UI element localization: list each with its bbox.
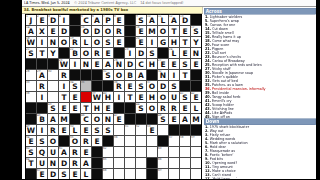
grid-cell[interactable]: 57: [169, 136, 179, 146]
grid-cell[interactable]: X: [37, 26, 47, 36]
cell-letter: A: [92, 16, 102, 25]
grid-cell[interactable]: T: [180, 70, 190, 80]
grid-cell[interactable]: [180, 169, 190, 179]
cell-number: 57: [169, 136, 172, 139]
cell-letter: H: [103, 93, 113, 102]
cell-letter: H: [147, 93, 157, 102]
grid-cell[interactable]: T: [125, 92, 135, 102]
grid-cell: [37, 103, 47, 113]
grid-cell[interactable]: E: [70, 169, 80, 179]
cell-letter: S: [136, 82, 146, 91]
cell-number: 58: [180, 136, 183, 139]
grid-cell[interactable]: [191, 158, 201, 168]
grid-cell[interactable]: [169, 147, 179, 157]
cell-letter: W: [26, 126, 36, 135]
cell-letter: O: [48, 137, 58, 146]
grid-cell[interactable]: L: [191, 103, 201, 113]
grid-cell: [70, 26, 80, 36]
grid-cell[interactable]: 38: [26, 92, 36, 102]
grid-cell[interactable]: E: [114, 37, 124, 47]
grid-cell[interactable]: 22B: [70, 48, 80, 58]
grid-cell[interactable]: 32N: [158, 70, 168, 80]
cell-letter: D: [158, 82, 168, 91]
grid-cell[interactable]: 2E: [37, 15, 47, 25]
grid-cell[interactable]: U: [37, 158, 47, 168]
cell-letter: M: [59, 115, 69, 124]
grid-cell[interactable]: O: [158, 92, 168, 102]
grid-cell[interactable]: E: [59, 125, 69, 135]
grid-cell[interactable]: 46C: [81, 114, 91, 124]
grid-cell[interactable]: 56: [114, 136, 124, 146]
grid-cell[interactable]: 44S: [136, 103, 146, 113]
grid-cell[interactable]: D: [48, 169, 58, 179]
grid-cell[interactable]: 49W: [26, 125, 36, 135]
grid-cell[interactable]: 12A: [169, 15, 179, 25]
cell-letter: E: [81, 126, 91, 135]
grid-cell[interactable]: O: [92, 37, 102, 47]
cell-letter: E: [81, 148, 91, 157]
grid-cell[interactable]: 54E: [26, 136, 36, 146]
cell-letter: D: [125, 60, 135, 69]
clue-panel-inner: Across 1. Lightsaber wielders5. Superher…: [204, 8, 316, 179]
cell-letter: S: [103, 71, 113, 80]
grid-cell[interactable]: R: [70, 147, 80, 157]
grid-cell[interactable]: 37O: [147, 81, 157, 91]
grid-cell[interactable]: 59: [191, 136, 201, 146]
grid-cell[interactable]: H: [92, 103, 102, 113]
grid-cell: [125, 103, 135, 113]
grid-cell[interactable]: N: [191, 48, 201, 58]
grid-cell[interactable]: Y: [48, 48, 58, 58]
grid-cell[interactable]: H: [169, 37, 179, 47]
grid-cell[interactable]: B: [125, 70, 135, 80]
cell-letter: I: [147, 38, 157, 47]
grid-cell[interactable]: S: [59, 169, 69, 179]
grid-cell[interactable]: 21S: [26, 48, 36, 58]
down-header: Down: [204, 119, 316, 125]
title-bar-text: LA Times, Wed, Jun 5, 2024 © 2024 Tribun…: [22, 0, 316, 7]
grid-cell[interactable]: S: [180, 59, 190, 69]
grid-cell[interactable]: L: [81, 37, 91, 47]
grid-cell[interactable]: R: [92, 48, 102, 58]
screen-background: { "game": "crossword", "app": { "title_l…: [0, 0, 320, 180]
grid-cell[interactable]: U: [48, 147, 58, 157]
grid-cell[interactable]: I: [70, 59, 80, 69]
cell-letter: D: [180, 16, 190, 25]
grid-cell[interactable]: 40H: [103, 92, 113, 102]
grid-cell[interactable]: R: [169, 103, 179, 113]
cell-number: 38: [26, 92, 29, 95]
across-clue-list[interactable]: 1. Lightsaber wielders5. Superhero's wra…: [204, 15, 316, 119]
grid-cell[interactable]: S: [169, 81, 179, 91]
grid-cell[interactable]: [158, 125, 168, 135]
cell-letter: W: [92, 93, 102, 102]
grid-cell[interactable]: [180, 158, 190, 168]
grid-cell[interactable]: T: [180, 37, 190, 47]
cell-letter: C: [81, 115, 91, 124]
grid-cell[interactable]: N: [48, 37, 58, 47]
grid-cell[interactable]: [136, 169, 146, 179]
grid-cell[interactable]: E: [180, 103, 190, 113]
cell-letter: E: [59, 126, 69, 135]
grid-cell[interactable]: 42E: [191, 92, 201, 102]
cell-letter: O: [147, 104, 157, 113]
grid-cell[interactable]: 17S: [191, 26, 201, 36]
grid-cell[interactable]: 58: [180, 136, 190, 146]
grid-cell[interactable]: I: [37, 37, 47, 47]
grid-cell[interactable]: 51: [125, 125, 135, 135]
grid-cell[interactable]: R: [70, 158, 80, 168]
grid-cell[interactable]: 60S: [26, 147, 36, 157]
grid-cell[interactable]: E: [169, 114, 179, 124]
grid-cell: [191, 125, 201, 135]
cell-letter: R: [48, 126, 58, 135]
grid-cell[interactable]: [114, 158, 124, 168]
grid-cell[interactable]: [147, 147, 157, 157]
grid-cell: [158, 136, 168, 146]
grid-cell[interactable]: E: [125, 81, 135, 91]
grid-cell[interactable]: E: [92, 59, 102, 69]
grid-cell[interactable]: 66: [158, 158, 168, 168]
grid-cell[interactable]: S: [136, 81, 146, 91]
grid-cell[interactable]: 63: [158, 147, 168, 157]
cell-letter: E: [136, 93, 146, 102]
grid-cell[interactable]: E: [103, 103, 113, 113]
grid-cell[interactable]: M: [147, 26, 157, 36]
grid-cell[interactable]: S: [147, 48, 157, 58]
cell-letter: L: [81, 38, 91, 47]
cell-letter: O: [158, 27, 168, 36]
grid-cell: [147, 158, 157, 168]
grid-cell: [70, 15, 80, 25]
grid-cell[interactable]: [147, 136, 157, 146]
grid-cell[interactable]: I: [169, 70, 179, 80]
grid-cell[interactable]: [125, 136, 135, 146]
clue-panel[interactable]: Across 1. Lightsaber wielders5. Superher…: [204, 8, 316, 179]
grid-cell[interactable]: 41S: [180, 92, 190, 102]
grid-cell[interactable]: D: [59, 158, 69, 168]
grid-cell[interactable]: E: [59, 103, 69, 113]
grid-cell[interactable]: 25W: [59, 59, 69, 69]
cell-number: 66: [158, 158, 161, 161]
cell-letter: D: [136, 49, 146, 58]
grid-cell[interactable]: [114, 147, 124, 157]
grid-cell[interactable]: 28: [26, 70, 36, 80]
grid-cell[interactable]: [136, 147, 146, 157]
grid-cell[interactable]: 50L: [70, 125, 80, 135]
grid-cell[interactable]: E: [169, 59, 179, 69]
grid-cell[interactable]: R: [114, 26, 124, 36]
grid-cell[interactable]: 36R: [114, 81, 124, 91]
grid-cell[interactable]: I: [147, 37, 157, 47]
grid-cell[interactable]: O: [158, 26, 168, 36]
grid-cell[interactable]: [169, 169, 179, 179]
grid-cell[interactable]: [180, 147, 190, 157]
grid-cell[interactable]: O: [92, 114, 102, 124]
grid-cell[interactable]: 16E: [136, 26, 146, 36]
grid-cell[interactable]: O: [103, 26, 113, 36]
grid-cell[interactable]: [136, 136, 146, 146]
grid-cell[interactable]: R: [81, 136, 91, 146]
grid-cell[interactable]: O: [48, 136, 58, 146]
cell-letter: R: [92, 49, 102, 58]
cell-letter: E: [158, 60, 168, 69]
grid-cell[interactable]: 19R: [70, 37, 80, 47]
grid-cell[interactable]: R: [158, 103, 168, 113]
cell-letter: T: [37, 49, 47, 58]
cell-letter: N: [48, 38, 58, 47]
grid-cell[interactable]: 29A: [37, 70, 47, 80]
cell-letter: A: [59, 148, 69, 157]
cell-letter: O: [92, 38, 102, 47]
grid-cell[interactable]: N: [103, 114, 113, 124]
cell-letter: I: [125, 49, 135, 58]
grid-cell[interactable]: 45B: [37, 114, 47, 124]
grid-cell[interactable]: R: [59, 70, 69, 80]
grid-cell[interactable]: 3D: [48, 15, 58, 25]
grid-cell[interactable]: N: [81, 59, 91, 69]
grid-cell[interactable]: O: [147, 103, 157, 113]
grid-cell[interactable]: E: [81, 147, 91, 157]
grid-cell[interactable]: O: [59, 37, 69, 47]
active-clue-bar[interactable]: 34. Breakfast bowlful marketed by a 1980…: [22, 7, 203, 14]
grid-cell[interactable]: 33: [26, 81, 36, 91]
cell-letter: S: [169, 82, 179, 91]
grid-cell[interactable]: 8E: [114, 15, 124, 25]
cell-letter: N: [48, 159, 58, 168]
grid-cell[interactable]: 52: [136, 125, 146, 135]
grid-cell[interactable]: R: [48, 125, 58, 135]
grid-cell[interactable]: D: [158, 81, 168, 91]
grid-cell[interactable]: 69: [158, 169, 168, 179]
grid-cell: [26, 169, 36, 179]
grid-cell[interactable]: 7P: [103, 15, 113, 25]
grid-cell[interactable]: 65: [103, 158, 113, 168]
cell-letter: O: [81, 49, 91, 58]
grid-cell[interactable]: 39W: [92, 92, 102, 102]
grid-cell[interactable]: T: [37, 48, 47, 58]
grid-cell[interactable]: A: [103, 59, 113, 69]
cell-letter: I: [37, 126, 47, 135]
cell-letter: U: [48, 148, 58, 157]
cell-letter: W: [59, 60, 69, 69]
cell-letter: R: [70, 38, 80, 47]
grid-cell[interactable]: A: [81, 158, 91, 168]
grid-cell[interactable]: I: [37, 125, 47, 135]
grid-cell[interactable]: E: [180, 26, 190, 36]
grid-cell[interactable]: U: [169, 92, 179, 102]
grid-cell[interactable]: 13D: [180, 15, 190, 25]
grid-cell[interactable]: O: [81, 48, 91, 58]
grid-cell[interactable]: [48, 81, 58, 91]
grid-cell[interactable]: H: [147, 92, 157, 102]
grid-cell[interactable]: 47E: [114, 114, 124, 124]
grid-cell[interactable]: S: [37, 136, 47, 146]
cell-number: 63: [158, 147, 161, 150]
grid-cell[interactable]: E: [191, 59, 201, 69]
grid-cell[interactable]: L: [81, 169, 91, 179]
grid-cell[interactable]: 24L: [169, 48, 179, 58]
grid-cell[interactable]: 68: [103, 169, 113, 179]
grid-cell[interactable]: 34S: [70, 81, 80, 91]
grid-cell[interactable]: N: [48, 158, 58, 168]
clue-number: 45.: [205, 115, 212, 119]
grid-cell: [180, 125, 190, 135]
grid-cell[interactable]: C: [136, 59, 146, 69]
cell-letter: I: [59, 16, 69, 25]
grid-cell[interactable]: 62: [103, 147, 113, 157]
grid-cell[interactable]: 35: [81, 81, 91, 91]
grid-cell[interactable]: S: [92, 125, 102, 135]
puzzle-title: LA Times, Wed, Jun 5, 2024: [24, 1, 70, 5]
grid-cell[interactable]: 5C: [81, 15, 91, 25]
grid-cell[interactable]: 48S: [158, 114, 168, 124]
cell-letter: D: [92, 27, 102, 36]
grid-cell[interactable]: 4I: [59, 15, 69, 25]
grid-cell[interactable]: D: [136, 48, 146, 58]
cell-letter: S: [37, 137, 47, 146]
grid-cell[interactable]: E: [136, 92, 146, 102]
grid-cell[interactable]: 6A: [92, 15, 102, 25]
grid-cell[interactable]: 9S: [136, 15, 146, 25]
grid-cell[interactable]: [114, 125, 124, 135]
grid-cell[interactable]: 23I: [125, 48, 135, 58]
cell-letter: A: [180, 115, 190, 124]
grid-cell[interactable]: E: [70, 103, 80, 113]
cell-letter: R: [37, 82, 47, 91]
grid-cell[interactable]: 18W: [26, 37, 36, 47]
cell-letter: R: [81, 137, 91, 146]
grid-cell[interactable]: G: [158, 37, 168, 47]
cell-letter: O: [103, 27, 113, 36]
cell-letter: A: [169, 16, 179, 25]
grid-cell[interactable]: A: [48, 114, 58, 124]
grid-cell[interactable]: [191, 169, 201, 179]
grid-cell[interactable]: 20E: [136, 37, 146, 47]
grid-cell[interactable]: E: [92, 136, 102, 146]
grid-cell[interactable]: [136, 158, 146, 168]
grid-cell[interactable]: D: [59, 26, 69, 36]
grid-cell[interactable]: [125, 169, 135, 179]
grid-cell[interactable]: [125, 147, 135, 157]
cell-number: 33: [26, 81, 29, 84]
grid-cell[interactable]: [81, 92, 91, 102]
cell-letter: H: [147, 60, 157, 69]
cell-letter: S: [59, 170, 69, 179]
grid-cell[interactable]: I: [37, 92, 47, 102]
cell-letter: B: [70, 49, 80, 58]
grid-cell[interactable]: D: [125, 59, 135, 69]
grid-cell[interactable]: E: [103, 48, 113, 58]
grid-cell[interactable]: T: [169, 26, 179, 36]
cell-letter: T: [125, 93, 135, 102]
grid-cell[interactable]: 15O: [81, 26, 91, 36]
across-header: Across: [204, 8, 316, 14]
cell-letter: R: [114, 82, 124, 91]
grid-cell[interactable]: 31S: [103, 70, 113, 80]
cell-letter: L: [81, 170, 91, 179]
cell-letter: S: [70, 82, 80, 91]
grid-cell[interactable]: A: [136, 70, 146, 80]
cell-letter: X: [37, 27, 47, 36]
grid-cell[interactable]: H: [147, 59, 157, 69]
grid-cell: [158, 48, 168, 58]
grid-cell[interactable]: R: [37, 81, 47, 91]
grid-cell[interactable]: T: [59, 92, 69, 102]
grid-cell: [147, 70, 157, 80]
grid-cell[interactable]: E: [81, 125, 91, 135]
cell-letter: O: [59, 38, 69, 47]
down-clue-list[interactable]: 1. 1975 shark blockbuster2. Way out3. Fl…: [204, 125, 316, 179]
cell-letter: B: [125, 71, 135, 80]
cell-letter: L: [169, 49, 179, 58]
grid-cell: [70, 114, 80, 124]
grid-cell[interactable]: Y: [191, 37, 201, 47]
grid-cell[interactable]: 27E: [158, 59, 168, 69]
grid-cell[interactable]: 53E: [147, 125, 157, 135]
grid-cell[interactable]: I: [59, 81, 69, 91]
grid-cell[interactable]: [169, 158, 179, 168]
cell-letter: C: [81, 16, 91, 25]
grid-cell[interactable]: I: [114, 92, 124, 102]
grid-cell[interactable]: M: [59, 114, 69, 124]
clue-item[interactable]: 17. 'Auld Lang ___': [204, 177, 316, 179]
grid-cell[interactable]: 55O: [70, 136, 80, 146]
grid-cell[interactable]: T: [81, 103, 91, 113]
cell-number: 65: [103, 158, 106, 161]
cell-letter: E: [191, 60, 201, 69]
grid-cell[interactable]: 43S: [48, 103, 58, 113]
grid-cell[interactable]: S: [103, 125, 113, 135]
cell-letter: H: [169, 38, 179, 47]
grid-cell[interactable]: 26N: [114, 59, 124, 69]
grid-cell[interactable]: D: [92, 26, 102, 36]
grid-cell[interactable]: E: [48, 26, 58, 36]
grid-cell[interactable]: [48, 92, 58, 102]
grid-cell[interactable]: [125, 158, 135, 168]
cell-letter: T: [26, 159, 36, 168]
grid-cell[interactable]: E: [70, 92, 80, 102]
crossword-grid[interactable]: 1J2E3D4I5C6A7P8E9S10A11L12A13D14AXED15OD…: [25, 14, 202, 179]
grid-cell[interactable]: [191, 147, 201, 157]
grid-cell[interactable]: O: [114, 70, 124, 80]
grid-cell[interactable]: 10A: [147, 15, 157, 25]
grid-cell: [81, 70, 91, 80]
grid-cell[interactable]: S: [103, 37, 113, 47]
grid-cell[interactable]: 67E: [37, 169, 47, 179]
grid-cell[interactable]: 30: [48, 70, 58, 80]
grid-cell[interactable]: [114, 169, 124, 179]
cell-letter: E: [26, 137, 36, 146]
cell-letter: E: [191, 93, 201, 102]
grid-cell[interactable]: Q: [37, 147, 47, 157]
cell-letter: T: [81, 104, 91, 113]
grid-cell[interactable]: 11L: [158, 15, 168, 25]
cell-letter: P: [103, 16, 113, 25]
grid-cell[interactable]: A: [180, 114, 190, 124]
grid-cell[interactable]: 14A: [26, 26, 36, 36]
cell-letter: A: [26, 27, 36, 36]
grid-cell[interactable]: E: [180, 48, 190, 58]
cell-letter: E: [180, 49, 190, 58]
cell-letter: A: [147, 16, 157, 25]
grid-cell[interactable]: 64T: [26, 158, 36, 168]
grid-cell: [125, 26, 135, 36]
cell-letter: E: [37, 16, 47, 25]
grid-cell[interactable]: 61A: [59, 147, 69, 157]
grid-cell[interactable]: M: [191, 114, 201, 124]
grid-cell[interactable]: 1J: [26, 15, 36, 25]
